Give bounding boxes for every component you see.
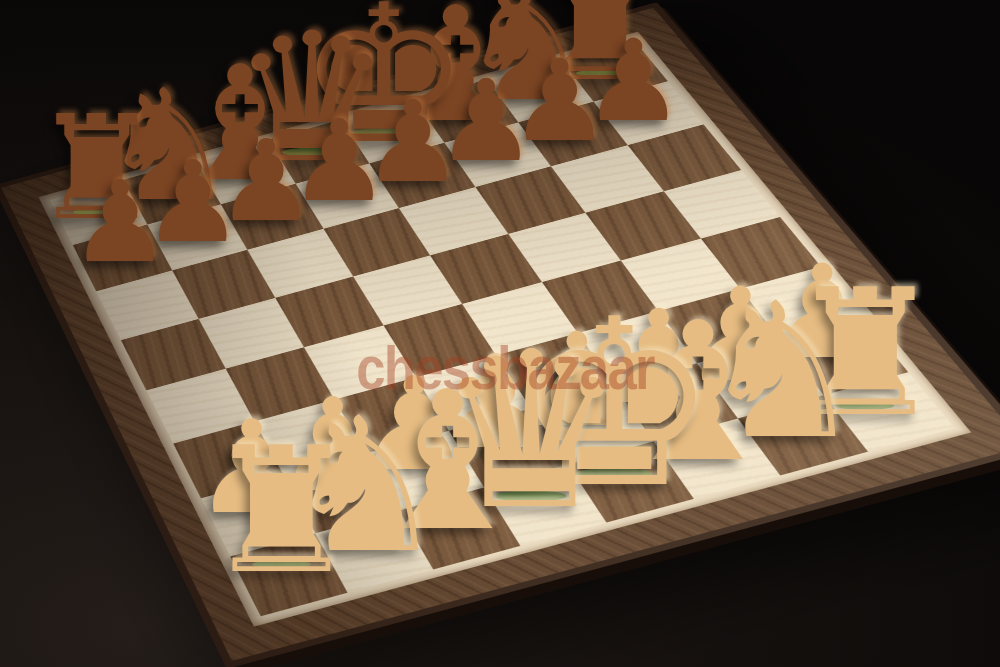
photo-stage: ♜♞♝♟♚♟♛♟♝♟♞♟♜♟♟♟♟♟♟♜♟♞♟♝♟♚♟♛♟♝♞♜ chessba… <box>0 0 1000 667</box>
watermark: chessbazaar <box>356 332 654 403</box>
board-grid <box>50 39 955 616</box>
